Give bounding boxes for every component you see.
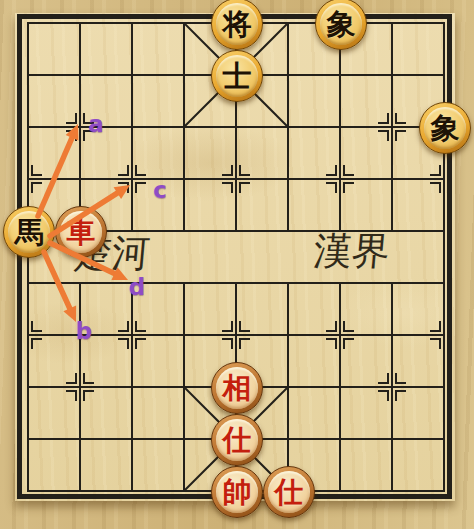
piece-red-general[interactable]: 帥: [211, 466, 263, 518]
piece-character: 馬: [15, 218, 44, 247]
piece-red-elephant[interactable]: 相: [211, 362, 263, 414]
piece-character: 将: [223, 10, 252, 39]
piece-black-general[interactable]: 将: [211, 0, 263, 50]
piece-red-advisor-2[interactable]: 仕: [263, 466, 315, 518]
xiangqi-tutorial-screenshot: 楚河 漢界 将士象象馬車相仕帥仕 abcd: [0, 0, 474, 529]
move-label-a: a: [88, 113, 104, 136]
piece-black-elephant-1[interactable]: 象: [315, 0, 367, 50]
piece-black-advisor[interactable]: 士: [211, 50, 263, 102]
move-label-c: c: [153, 179, 167, 202]
piece-character: 象: [327, 10, 356, 39]
piece-character: 象: [431, 114, 460, 143]
piece-character: 車: [67, 218, 96, 247]
piece-black-elephant-2[interactable]: 象: [419, 102, 471, 154]
piece-red-advisor-1[interactable]: 仕: [211, 414, 263, 466]
piece-red-chariot[interactable]: 車: [55, 206, 107, 258]
piece-character: 相: [223, 374, 252, 403]
piece-character: 仕: [223, 426, 252, 455]
piece-character: 帥: [223, 478, 252, 507]
river-label-han-jie: 漢界: [312, 232, 391, 270]
piece-black-horse[interactable]: 馬: [3, 206, 55, 258]
move-label-b: b: [76, 320, 92, 343]
piece-character: 仕: [275, 478, 304, 507]
piece-character: 士: [223, 62, 252, 91]
move-label-d: d: [129, 276, 145, 299]
